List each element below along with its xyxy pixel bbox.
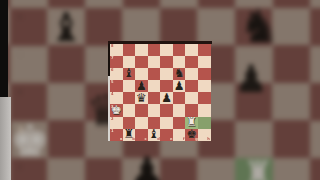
square-h8[interactable] (198, 44, 211, 56)
rank-label-5: 5 (111, 80, 114, 84)
square-e1[interactable]: e (160, 129, 173, 141)
square-a6[interactable]: 6 (110, 68, 123, 80)
video-frame: ♝♞♟♛♚♟♜ 65432 876♝♞5♟♟4♛♟3♚2♜1ab♜cd♝efg♚… (0, 0, 320, 180)
rank-label-3: 3 (111, 105, 114, 109)
square-b4[interactable] (123, 92, 136, 104)
rank-label-8: 8 (111, 44, 114, 48)
square-b2[interactable] (123, 117, 136, 129)
square-a4[interactable]: 4 (110, 92, 123, 104)
square-a3[interactable]: 3♚ (110, 104, 123, 116)
square-g5[interactable] (185, 80, 198, 92)
square-b7[interactable] (123, 56, 136, 68)
square-f5[interactable]: ♟ (173, 80, 186, 92)
square-d3[interactable] (148, 104, 161, 116)
square-c2[interactable] (135, 117, 148, 129)
square-a5[interactable]: 5 (110, 80, 123, 92)
square-e3[interactable] (160, 104, 173, 116)
backdrop-black-bishop: ♝ (48, 7, 84, 47)
square-f3[interactable] (173, 104, 186, 116)
white-rook[interactable]: ♜ (186, 117, 197, 128)
square-a8[interactable]: 8 (110, 44, 123, 56)
square-g4[interactable] (185, 92, 198, 104)
square-g2[interactable]: ♜ (185, 117, 198, 129)
square-d2[interactable] (148, 117, 161, 129)
rank-label-7: 7 (111, 56, 114, 60)
backdrop-black-knight: ♞ (238, 3, 279, 49)
black-knight[interactable]: ♞ (174, 68, 185, 79)
square-e6[interactable] (160, 68, 173, 80)
square-b5[interactable] (123, 80, 136, 92)
square-a7[interactable]: 7 (110, 56, 123, 68)
square-a2[interactable]: 2 (110, 117, 123, 129)
board-grid: 876♝♞5♟♟4♛♟3♚2♜1ab♜cd♝efg♚h (110, 44, 211, 142)
square-d1[interactable]: d♝ (148, 129, 161, 141)
backdrop-rank-label-4: 4 (17, 88, 23, 97)
backdrop-rank-label-5: 5 (17, 51, 23, 60)
rank-label-2: 2 (111, 117, 114, 121)
backdrop-rank-label-6: 6 (17, 13, 23, 22)
square-c5[interactable]: ♟ (135, 80, 148, 92)
square-f8[interactable] (173, 44, 186, 56)
backdrop-black-pawn: ♟ (234, 60, 268, 98)
left-edge-black-bar (0, 0, 8, 97)
square-f6[interactable]: ♞ (173, 68, 186, 80)
square-c3[interactable] (135, 104, 148, 116)
black-pawn[interactable]: ♟ (136, 81, 147, 92)
square-h7[interactable] (198, 56, 211, 68)
square-e7[interactable] (160, 56, 173, 68)
chess-board-panel: 876♝♞5♟♟4♛♟3♚2♜1ab♜cd♝efg♚h (110, 41, 211, 142)
square-g6[interactable] (185, 68, 198, 80)
square-f4[interactable] (173, 92, 186, 104)
square-h4[interactable] (198, 92, 211, 104)
black-pawn[interactable]: ♟ (161, 93, 172, 104)
square-h3[interactable] (198, 104, 211, 116)
square-f7[interactable] (173, 56, 186, 68)
square-d4[interactable] (148, 92, 161, 104)
backdrop-black-piece-bottom: ♟ (128, 152, 166, 180)
square-c6[interactable] (135, 68, 148, 80)
backdrop-white-rook: ♜ (243, 156, 273, 180)
black-bishop[interactable]: ♝ (123, 68, 134, 79)
square-h5[interactable] (198, 80, 211, 92)
rank-label-1: 1 (111, 129, 114, 133)
square-b3[interactable] (123, 104, 136, 116)
black-pawn[interactable]: ♟ (174, 81, 185, 92)
square-c7[interactable] (135, 56, 148, 68)
backdrop-rank-label-2: 2 (17, 163, 23, 172)
square-b6[interactable]: ♝ (123, 68, 136, 80)
square-g1[interactable]: g♚ (185, 129, 198, 141)
square-e8[interactable] (160, 44, 173, 56)
square-e5[interactable] (160, 80, 173, 92)
square-h1[interactable]: h (198, 129, 211, 141)
square-h2[interactable] (198, 117, 211, 129)
square-d7[interactable] (148, 56, 161, 68)
backdrop-rank-label-3: 3 (17, 126, 23, 135)
square-b8[interactable] (123, 44, 136, 56)
square-e4[interactable]: ♟ (160, 92, 173, 104)
square-c1[interactable]: c (135, 129, 148, 141)
square-f1[interactable]: f (173, 129, 186, 141)
square-g3[interactable] (185, 104, 198, 116)
black-queen[interactable]: ♛ (136, 93, 147, 104)
square-d6[interactable] (148, 68, 161, 80)
square-e2[interactable] (160, 117, 173, 129)
rank-label-4: 4 (111, 92, 114, 96)
square-a1[interactable]: 1a (110, 129, 123, 141)
square-d5[interactable] (148, 80, 161, 92)
square-f2[interactable] (173, 117, 186, 129)
square-b1[interactable]: b♜ (123, 129, 136, 141)
left-edge-gray-bar (0, 97, 11, 180)
square-h6[interactable] (198, 68, 211, 80)
square-d8[interactable] (148, 44, 161, 56)
file-label-h: h (207, 137, 210, 141)
square-g7[interactable] (185, 56, 198, 68)
square-g8[interactable] (185, 44, 198, 56)
square-c4[interactable]: ♛ (135, 92, 148, 104)
square-c8[interactable] (135, 44, 148, 56)
rank-label-6: 6 (111, 68, 114, 72)
